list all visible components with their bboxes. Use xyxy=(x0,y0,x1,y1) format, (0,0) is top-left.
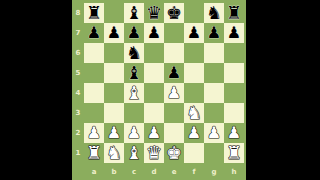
square-c5[interactable]: ♝ xyxy=(124,63,144,83)
white-bishop-icon: ♝ xyxy=(126,143,142,163)
black-bishop-icon: ♝ xyxy=(126,3,142,23)
white-bishop-icon: ♝ xyxy=(126,83,142,103)
rank-label-5: 5 xyxy=(72,63,84,83)
square-a4[interactable] xyxy=(84,83,104,103)
square-b6[interactable] xyxy=(104,43,124,63)
square-b1[interactable]: ♞ xyxy=(104,143,124,163)
square-d5[interactable] xyxy=(144,63,164,83)
square-a8[interactable]: ♜ xyxy=(84,3,104,23)
square-g3[interactable] xyxy=(204,103,224,123)
white-pawn-icon: ♟ xyxy=(207,123,221,143)
square-f5[interactable] xyxy=(184,63,204,83)
square-d2[interactable]: ♟ xyxy=(144,123,164,143)
square-h3[interactable] xyxy=(224,103,244,123)
square-b4[interactable] xyxy=(104,83,124,103)
square-b3[interactable] xyxy=(104,103,124,123)
rank-label-8: 8 xyxy=(72,3,84,23)
square-e2[interactable] xyxy=(164,123,184,143)
square-f6[interactable] xyxy=(184,43,204,63)
square-h2[interactable]: ♟ xyxy=(224,123,244,143)
rank-labels: 87654321 xyxy=(72,3,84,163)
square-g1[interactable] xyxy=(204,143,224,163)
square-h1[interactable]: ♜ xyxy=(224,143,244,163)
square-c3[interactable] xyxy=(124,103,144,123)
square-f2[interactable]: ♟ xyxy=(184,123,204,143)
square-h4[interactable] xyxy=(224,83,244,103)
square-c1[interactable]: ♝ xyxy=(124,143,144,163)
black-pawn-icon: ♟ xyxy=(187,23,201,43)
square-g4[interactable] xyxy=(204,83,224,103)
black-knight-icon: ♞ xyxy=(126,43,142,63)
black-pawn-icon: ♟ xyxy=(107,23,121,43)
square-c6[interactable]: ♞ xyxy=(124,43,144,63)
square-a3[interactable] xyxy=(84,103,104,123)
letterbox-left xyxy=(0,0,72,180)
black-king-icon: ♚ xyxy=(166,3,182,23)
square-c7[interactable]: ♟ xyxy=(124,23,144,43)
white-pawn-icon: ♟ xyxy=(127,123,141,143)
square-d7[interactable]: ♟ xyxy=(144,23,164,43)
rank-label-6: 6 xyxy=(72,43,84,63)
square-f3[interactable]: ♞ xyxy=(184,103,204,123)
square-f7[interactable]: ♟ xyxy=(184,23,204,43)
file-label-b: b xyxy=(104,163,124,180)
square-b2[interactable]: ♟ xyxy=(104,123,124,143)
square-a7[interactable]: ♟ xyxy=(84,23,104,43)
black-bishop-icon: ♝ xyxy=(126,63,142,83)
black-pawn-icon: ♟ xyxy=(227,23,241,43)
square-h7[interactable]: ♟ xyxy=(224,23,244,43)
rank-label-3: 3 xyxy=(72,103,84,123)
white-knight-icon: ♞ xyxy=(186,103,202,123)
white-queen-icon: ♛ xyxy=(146,143,162,163)
white-pawn-icon: ♟ xyxy=(147,123,161,143)
square-b8[interactable] xyxy=(104,3,124,23)
file-label-h: h xyxy=(224,163,244,180)
black-knight-icon: ♞ xyxy=(206,3,222,23)
black-pawn-icon: ♟ xyxy=(207,23,221,43)
square-g5[interactable] xyxy=(204,63,224,83)
rank-label-1: 1 xyxy=(72,143,84,163)
file-label-f: f xyxy=(184,163,204,180)
chess-board[interactable]: ♜♝♛♚♞♜♟♟♟♟♟♟♟♞♝♟♝♟♞♟♟♟♟♟♟♟♜♞♝♛♚♜ xyxy=(84,3,244,163)
square-e6[interactable] xyxy=(164,43,184,63)
letterbox-right xyxy=(246,0,320,180)
white-pawn-icon: ♟ xyxy=(187,123,201,143)
square-d6[interactable] xyxy=(144,43,164,63)
square-f8[interactable] xyxy=(184,3,204,23)
white-knight-icon: ♞ xyxy=(106,143,122,163)
rank-label-7: 7 xyxy=(72,23,84,43)
square-f4[interactable] xyxy=(184,83,204,103)
square-d8[interactable]: ♛ xyxy=(144,3,164,23)
square-b7[interactable]: ♟ xyxy=(104,23,124,43)
file-label-a: a xyxy=(84,163,104,180)
square-e4[interactable]: ♟ xyxy=(164,83,184,103)
square-f1[interactable] xyxy=(184,143,204,163)
square-g8[interactable]: ♞ xyxy=(204,3,224,23)
square-d1[interactable]: ♛ xyxy=(144,143,164,163)
black-pawn-icon: ♟ xyxy=(127,23,141,43)
white-pawn-icon: ♟ xyxy=(167,83,181,103)
black-pawn-icon: ♟ xyxy=(147,23,161,43)
black-rook-icon: ♜ xyxy=(226,3,242,23)
white-pawn-icon: ♟ xyxy=(227,123,241,143)
square-b5[interactable] xyxy=(104,63,124,83)
white-king-icon: ♚ xyxy=(166,143,182,163)
black-pawn-icon: ♟ xyxy=(167,63,181,83)
white-rook-icon: ♜ xyxy=(86,143,102,163)
rank-label-4: 4 xyxy=(72,83,84,103)
square-c8[interactable]: ♝ xyxy=(124,3,144,23)
square-c2[interactable]: ♟ xyxy=(124,123,144,143)
black-queen-icon: ♛ xyxy=(146,3,162,23)
square-d4[interactable] xyxy=(144,83,164,103)
file-label-d: d xyxy=(144,163,164,180)
white-pawn-icon: ♟ xyxy=(87,123,101,143)
video-frame: 87654321 ♜♝♛♚♞♜♟♟♟♟♟♟♟♞♝♟♝♟♞♟♟♟♟♟♟♟♜♞♝♛♚… xyxy=(0,0,320,180)
white-pawn-icon: ♟ xyxy=(107,123,121,143)
black-pawn-icon: ♟ xyxy=(87,23,101,43)
square-h8[interactable]: ♜ xyxy=(224,3,244,23)
rank-label-2: 2 xyxy=(72,123,84,143)
file-label-g: g xyxy=(204,163,224,180)
square-a1[interactable]: ♜ xyxy=(84,143,104,163)
square-c4[interactable]: ♝ xyxy=(124,83,144,103)
square-g6[interactable] xyxy=(204,43,224,63)
file-label-c: c xyxy=(124,163,144,180)
file-labels: abcdefgh xyxy=(84,163,244,180)
square-g7[interactable]: ♟ xyxy=(204,23,224,43)
square-e3[interactable] xyxy=(164,103,184,123)
black-rook-icon: ♜ xyxy=(86,3,102,23)
square-e5[interactable]: ♟ xyxy=(164,63,184,83)
square-e1[interactable]: ♚ xyxy=(164,143,184,163)
chess-board-panel: 87654321 ♜♝♛♚♞♜♟♟♟♟♟♟♟♞♝♟♝♟♞♟♟♟♟♟♟♟♜♞♝♛♚… xyxy=(72,0,246,180)
white-rook-icon: ♜ xyxy=(226,143,242,163)
square-a5[interactable] xyxy=(84,63,104,83)
square-d3[interactable] xyxy=(144,103,164,123)
square-e7[interactable] xyxy=(164,23,184,43)
square-h5[interactable] xyxy=(224,63,244,83)
square-a2[interactable]: ♟ xyxy=(84,123,104,143)
square-a6[interactable] xyxy=(84,43,104,63)
square-h6[interactable] xyxy=(224,43,244,63)
square-g2[interactable]: ♟ xyxy=(204,123,224,143)
square-e8[interactable]: ♚ xyxy=(164,3,184,23)
file-label-e: e xyxy=(164,163,184,180)
